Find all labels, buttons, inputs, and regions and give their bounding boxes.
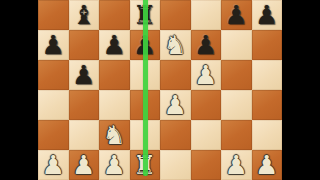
- square-b2[interactable]: ♟: [69, 150, 100, 180]
- square-f3[interactable]: [191, 120, 222, 150]
- square-g7[interactable]: ♟: [221, 0, 252, 30]
- square-e3[interactable]: [160, 120, 191, 150]
- piece-white-pawn[interactable]: ♟: [160, 90, 191, 120]
- square-c6[interactable]: ♟: [99, 30, 130, 60]
- piece-white-knight[interactable]: ♞: [160, 30, 191, 60]
- square-f6[interactable]: ♟: [191, 30, 222, 60]
- square-b3[interactable]: [69, 120, 100, 150]
- square-c2[interactable]: ♟: [99, 150, 130, 180]
- square-g4[interactable]: [221, 90, 252, 120]
- piece-white-pawn[interactable]: ♟: [38, 150, 69, 180]
- piece-black-pawn[interactable]: ♟: [38, 30, 69, 60]
- square-e5[interactable]: [160, 60, 191, 90]
- square-b5[interactable]: ♟: [69, 60, 100, 90]
- piece-white-pawn[interactable]: ♟: [99, 150, 130, 180]
- piece-black-pawn[interactable]: ♟: [99, 30, 130, 60]
- square-a4[interactable]: [38, 90, 69, 120]
- video-frame: ♝♜♟♟♟♟♟♞♟♟♟♟♞♟♟♟♜♟♟: [0, 0, 320, 180]
- square-b4[interactable]: [69, 90, 100, 120]
- square-c7[interactable]: [99, 0, 130, 30]
- square-g6[interactable]: [221, 30, 252, 60]
- square-g3[interactable]: [221, 120, 252, 150]
- d-file-annotation-line: [143, 0, 148, 176]
- square-h6[interactable]: [252, 30, 283, 60]
- square-e6[interactable]: ♞: [160, 30, 191, 60]
- square-a3[interactable]: [38, 120, 69, 150]
- square-e7[interactable]: [160, 0, 191, 30]
- square-a5[interactable]: [38, 60, 69, 90]
- letterbox-right: [282, 0, 320, 180]
- square-g5[interactable]: [221, 60, 252, 90]
- square-e4[interactable]: ♟: [160, 90, 191, 120]
- square-c3[interactable]: ♞: [99, 120, 130, 150]
- piece-black-pawn[interactable]: ♟: [191, 30, 222, 60]
- square-h7[interactable]: ♟: [252, 0, 283, 30]
- square-g2[interactable]: ♟: [221, 150, 252, 180]
- square-a2[interactable]: ♟: [38, 150, 69, 180]
- piece-white-pawn[interactable]: ♟: [221, 150, 252, 180]
- letterbox-left: [0, 0, 38, 180]
- square-b7[interactable]: ♝: [69, 0, 100, 30]
- piece-white-pawn[interactable]: ♟: [191, 60, 222, 90]
- square-c4[interactable]: [99, 90, 130, 120]
- piece-black-pawn[interactable]: ♟: [221, 0, 252, 30]
- piece-white-pawn[interactable]: ♟: [252, 150, 283, 180]
- piece-white-knight[interactable]: ♞: [99, 120, 130, 150]
- piece-black-bishop[interactable]: ♝: [69, 0, 100, 30]
- square-e2[interactable]: [160, 150, 191, 180]
- piece-white-pawn[interactable]: ♟: [69, 150, 100, 180]
- square-b6[interactable]: [69, 30, 100, 60]
- square-h5[interactable]: [252, 60, 283, 90]
- square-f7[interactable]: [191, 0, 222, 30]
- square-f2[interactable]: [191, 150, 222, 180]
- square-f4[interactable]: [191, 90, 222, 120]
- square-f5[interactable]: ♟: [191, 60, 222, 90]
- piece-black-pawn[interactable]: ♟: [69, 60, 100, 90]
- square-a7[interactable]: [38, 0, 69, 30]
- square-a6[interactable]: ♟: [38, 30, 69, 60]
- square-h3[interactable]: [252, 120, 283, 150]
- square-h2[interactable]: ♟: [252, 150, 283, 180]
- piece-black-pawn[interactable]: ♟: [252, 0, 283, 30]
- square-c5[interactable]: [99, 60, 130, 90]
- chess-board: ♝♜♟♟♟♟♟♞♟♟♟♟♞♟♟♟♜♟♟: [38, 0, 282, 180]
- square-h4[interactable]: [252, 90, 283, 120]
